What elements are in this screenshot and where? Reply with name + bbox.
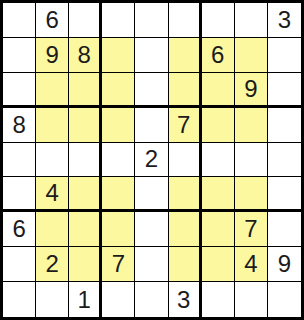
cell-r8c4[interactable]: 7: [102, 247, 135, 282]
cell-r2c5[interactable]: [135, 38, 168, 73]
cell-r5c2[interactable]: [36, 143, 69, 178]
cell-r5c4[interactable]: [102, 143, 135, 178]
cell-r6c9[interactable]: [268, 177, 301, 212]
cell-r6c6[interactable]: [169, 177, 202, 212]
cell-r2c3[interactable]: 8: [69, 38, 102, 73]
cell-r5c6[interactable]: [169, 143, 202, 178]
cell-r5c7[interactable]: [202, 143, 235, 178]
cell-r5c9[interactable]: [268, 143, 301, 178]
cell-r3c6[interactable]: [169, 73, 202, 108]
cell-r3c3[interactable]: [69, 73, 102, 108]
cell-r1c9[interactable]: 3: [268, 3, 301, 38]
cell-r9c8[interactable]: [235, 282, 268, 317]
cell-r8c6[interactable]: [169, 247, 202, 282]
cell-r2c2[interactable]: 9: [36, 38, 69, 73]
cell-r7c8[interactable]: 7: [235, 212, 268, 247]
cell-r4c7[interactable]: [202, 108, 235, 143]
cell-r6c3[interactable]: [69, 177, 102, 212]
sudoku-board: 639869872467274913: [0, 0, 304, 320]
cell-r1c4[interactable]: [102, 3, 135, 38]
cell-r8c9[interactable]: 9: [268, 247, 301, 282]
cell-r2c1[interactable]: [3, 38, 36, 73]
cell-r2c6[interactable]: [169, 38, 202, 73]
cell-r1c8[interactable]: [235, 3, 268, 38]
cell-r1c1[interactable]: [3, 3, 36, 38]
cell-r7c1[interactable]: 6: [3, 212, 36, 247]
cell-r7c9[interactable]: [268, 212, 301, 247]
cell-r9c3[interactable]: 1: [69, 282, 102, 317]
cell-r9c9[interactable]: [268, 282, 301, 317]
cell-r5c8[interactable]: [235, 143, 268, 178]
cell-r8c2[interactable]: 2: [36, 247, 69, 282]
cell-r1c5[interactable]: [135, 3, 168, 38]
cell-r6c8[interactable]: [235, 177, 268, 212]
cell-r2c7[interactable]: 6: [202, 38, 235, 73]
cell-r8c8[interactable]: 4: [235, 247, 268, 282]
cell-r1c2[interactable]: 6: [36, 3, 69, 38]
cell-r9c2[interactable]: [36, 282, 69, 317]
cell-r9c6[interactable]: 3: [169, 282, 202, 317]
cell-r4c4[interactable]: [102, 108, 135, 143]
cell-r1c6[interactable]: [169, 3, 202, 38]
cell-r4c3[interactable]: [69, 108, 102, 143]
cell-r3c5[interactable]: [135, 73, 168, 108]
cell-r9c7[interactable]: [202, 282, 235, 317]
cell-r6c2[interactable]: 4: [36, 177, 69, 212]
cell-r4c9[interactable]: [268, 108, 301, 143]
cell-r6c7[interactable]: [202, 177, 235, 212]
cell-r7c5[interactable]: [135, 212, 168, 247]
cell-r1c3[interactable]: [69, 3, 102, 38]
cell-r6c1[interactable]: [3, 177, 36, 212]
cell-r8c3[interactable]: [69, 247, 102, 282]
cell-r1c7[interactable]: [202, 3, 235, 38]
cell-r7c6[interactable]: [169, 212, 202, 247]
cell-r7c4[interactable]: [102, 212, 135, 247]
cell-r9c4[interactable]: [102, 282, 135, 317]
cell-r3c4[interactable]: [102, 73, 135, 108]
cell-r5c3[interactable]: [69, 143, 102, 178]
cell-r6c4[interactable]: [102, 177, 135, 212]
cell-r7c7[interactable]: [202, 212, 235, 247]
cell-r3c7[interactable]: [202, 73, 235, 108]
cell-r3c1[interactable]: [3, 73, 36, 108]
cell-r4c5[interactable]: [135, 108, 168, 143]
cell-r4c8[interactable]: [235, 108, 268, 143]
cell-r4c1[interactable]: 8: [3, 108, 36, 143]
cell-r4c2[interactable]: [36, 108, 69, 143]
cell-r2c8[interactable]: [235, 38, 268, 73]
cell-r7c2[interactable]: [36, 212, 69, 247]
cell-r8c5[interactable]: [135, 247, 168, 282]
cell-r3c2[interactable]: [36, 73, 69, 108]
cell-r7c3[interactable]: [69, 212, 102, 247]
cell-r3c9[interactable]: [268, 73, 301, 108]
cell-r2c9[interactable]: [268, 38, 301, 73]
cell-r4c6[interactable]: 7: [169, 108, 202, 143]
cell-r5c5[interactable]: 2: [135, 143, 168, 178]
cell-r8c7[interactable]: [202, 247, 235, 282]
cell-r9c1[interactable]: [3, 282, 36, 317]
cell-r9c5[interactable]: [135, 282, 168, 317]
cell-r5c1[interactable]: [3, 143, 36, 178]
cell-r6c5[interactable]: [135, 177, 168, 212]
cell-r8c1[interactable]: [3, 247, 36, 282]
cell-r3c8[interactable]: 9: [235, 73, 268, 108]
cell-r2c4[interactable]: [102, 38, 135, 73]
